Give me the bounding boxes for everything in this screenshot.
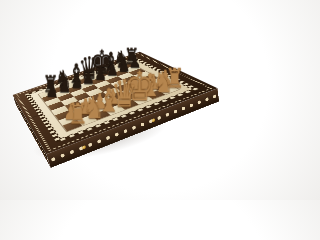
piece-black-rook: ♜ — [124, 46, 134, 67]
square-b6 — [57, 93, 73, 101]
brass-pin — [151, 118, 155, 122]
piece-black-rook: ♜ — [42, 73, 52, 96]
piece-white-rook: ♜ — [165, 65, 177, 91]
piece-black-pawn: ♟ — [129, 53, 139, 70]
square-c5 — [73, 93, 90, 102]
square-e5 — [98, 84, 115, 92]
piece-white-pawn: ♟ — [158, 67, 170, 87]
photo-stage: ♜♞♝♛♚♝♞♜♟♟♟♟♟♟♟♟♟♟♟♟♟♟♟♟♜♞♝♛♚♝♞♜ — [0, 0, 220, 200]
brass-pin — [82, 145, 86, 149]
